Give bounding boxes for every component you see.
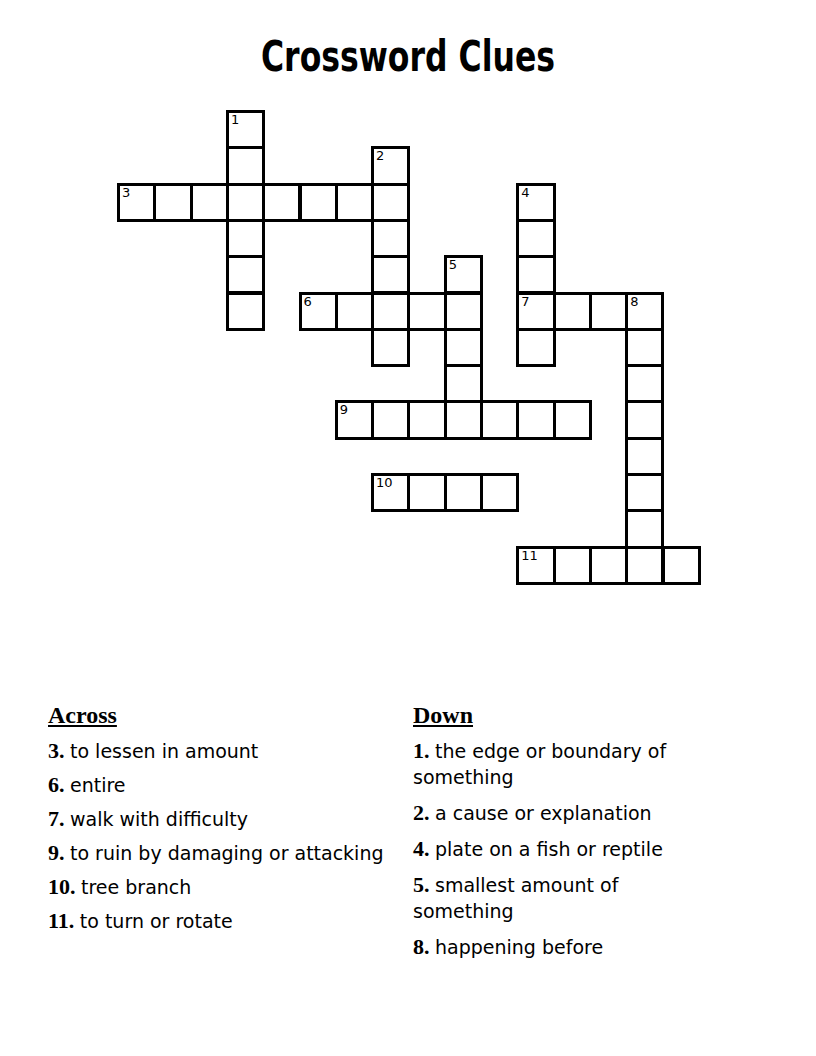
clue-text: to ruin by damaging or attacking (70, 842, 384, 864)
down-clue-list: 1. the edge or boundary of something2. a… (413, 738, 723, 960)
grid-cell-r2-c11[interactable]: 4 (516, 183, 555, 222)
cell-number-6: 6 (304, 295, 312, 308)
clue-text: happening before (435, 936, 603, 958)
clue-number: 1. (413, 738, 435, 763)
grid-cell-r10-c7[interactable]: 10 (371, 473, 410, 512)
grid-cell-r8-c10[interactable] (480, 400, 519, 439)
grid-cell-r5-c11[interactable]: 7 (516, 292, 555, 331)
grid-cell-r2-c4[interactable] (262, 183, 301, 222)
grid-cell-r12-c13[interactable] (589, 546, 628, 585)
grid-cell-r8-c14[interactable] (625, 400, 664, 439)
grid-cell-r5-c5[interactable]: 6 (299, 292, 338, 331)
clue-number: 8. (413, 934, 435, 959)
grid-cell-r12-c11[interactable]: 11 (516, 546, 555, 585)
page-title: Crossword Clues (102, 36, 714, 78)
cell-number-10: 10 (376, 476, 393, 489)
down-clue-8: 8. happening before (413, 934, 723, 960)
cell-number-4: 4 (521, 186, 529, 199)
grid-cell-r12-c14[interactable] (625, 546, 664, 585)
clue-number: 4. (413, 836, 435, 861)
down-clue-5: 5. smallest amount of something (413, 872, 723, 924)
grid-cell-r5-c8[interactable] (407, 292, 446, 331)
across-clue-3: 3. to lessen in amount (48, 738, 410, 764)
clue-text: to lessen in amount (70, 740, 258, 762)
grid-cell-r10-c8[interactable] (407, 473, 446, 512)
across-clues-column: Across 3. to lessen in amount6. entire7.… (48, 702, 410, 942)
clue-number: 11. (48, 908, 80, 933)
grid-cell-r5-c9[interactable] (444, 292, 483, 331)
cell-number-11: 11 (521, 549, 538, 562)
grid-cell-r3-c3[interactable] (226, 219, 265, 258)
grid-cell-r3-c7[interactable] (371, 219, 410, 258)
clue-text: smallest amount of something (413, 874, 618, 922)
grid-cell-r8-c11[interactable] (516, 400, 555, 439)
clue-number: 9. (48, 840, 70, 865)
grid-cell-r2-c5[interactable] (299, 183, 338, 222)
across-clue-6: 6. entire (48, 772, 410, 798)
down-clues-column: Down 1. the edge or boundary of somethin… (413, 702, 723, 970)
grid-cell-r8-c7[interactable] (371, 400, 410, 439)
cell-number-2: 2 (376, 149, 384, 162)
across-clue-list: 3. to lessen in amount6. entire7. walk w… (48, 738, 410, 934)
clue-number: 5. (413, 872, 435, 897)
crossword-grid: 1234567891011 (117, 110, 701, 585)
grid-cell-r4-c11[interactable] (516, 255, 555, 294)
clue-text: the edge or boundary of something (413, 740, 666, 788)
grid-cell-r8-c8[interactable] (407, 400, 446, 439)
across-clue-11: 11. to turn or rotate (48, 908, 410, 934)
cell-number-7: 7 (521, 295, 529, 308)
grid-cell-r10-c9[interactable] (444, 473, 483, 512)
grid-cell-r2-c7[interactable] (371, 183, 410, 222)
grid-cell-r7-c14[interactable] (625, 364, 664, 403)
grid-cell-r12-c15[interactable] (662, 546, 701, 585)
grid-cell-r2-c2[interactable] (190, 183, 229, 222)
grid-cell-r4-c3[interactable] (226, 255, 265, 294)
clue-number: 10. (48, 874, 81, 899)
down-clue-1: 1. the edge or boundary of something (413, 738, 723, 790)
grid-cell-r1-c7[interactable]: 2 (371, 146, 410, 185)
clue-text: tree branch (81, 876, 191, 898)
across-clue-9: 9. to ruin by damaging or attacking (48, 840, 410, 866)
clue-text: entire (70, 774, 126, 796)
grid-cell-r9-c14[interactable] (625, 437, 664, 476)
clue-text: walk with difficulty (70, 808, 248, 830)
grid-cell-r6-c7[interactable] (371, 328, 410, 367)
crossword-worksheet: Crossword Clues 1234567891011 Across 3. … (0, 0, 816, 1056)
grid-cell-r6-c9[interactable] (444, 328, 483, 367)
grid-cell-r6-c14[interactable] (625, 328, 664, 367)
clue-number: 2. (413, 800, 435, 825)
grid-cell-r8-c9[interactable] (444, 400, 483, 439)
cell-number-5: 5 (449, 258, 457, 271)
grid-cell-r10-c10[interactable] (480, 473, 519, 512)
cell-number-9: 9 (340, 403, 348, 416)
grid-cell-r5-c3[interactable] (226, 292, 265, 331)
grid-cell-r8-c6[interactable]: 9 (335, 400, 374, 439)
grid-cell-r1-c3[interactable] (226, 146, 265, 185)
clue-number: 7. (48, 806, 70, 831)
clue-text: a cause or explanation (435, 802, 652, 824)
across-clue-10: 10. tree branch (48, 874, 410, 900)
grid-cell-r11-c14[interactable] (625, 509, 664, 548)
grid-cell-r5-c12[interactable] (553, 292, 592, 331)
grid-cell-r2-c6[interactable] (335, 183, 374, 222)
cell-number-8: 8 (630, 295, 638, 308)
grid-cell-r5-c14[interactable]: 8 (625, 292, 664, 331)
grid-cell-r2-c0[interactable]: 3 (117, 183, 156, 222)
grid-cell-r3-c11[interactable] (516, 219, 555, 258)
grid-cell-r12-c12[interactable] (553, 546, 592, 585)
grid-cell-r5-c7[interactable] (371, 292, 410, 331)
down-clue-2: 2. a cause or explanation (413, 800, 723, 826)
down-clue-4: 4. plate on a fish or reptile (413, 836, 723, 862)
cell-number-1: 1 (231, 113, 239, 126)
clue-text: plate on a fish or reptile (435, 838, 663, 860)
across-heading: Across (48, 702, 410, 729)
clue-number: 6. (48, 772, 70, 797)
across-clue-7: 7. walk with difficulty (48, 806, 410, 832)
grid-cell-r0-c3[interactable]: 1 (226, 110, 265, 149)
grid-cell-r5-c13[interactable] (589, 292, 628, 331)
grid-cell-r7-c9[interactable] (444, 364, 483, 403)
cell-number-3: 3 (122, 186, 130, 199)
clue-text: to turn or rotate (80, 910, 233, 932)
grid-cell-r4-c9[interactable]: 5 (444, 255, 483, 294)
grid-cell-r4-c7[interactable] (371, 255, 410, 294)
grid-cell-r2-c3[interactable] (226, 183, 265, 222)
grid-cell-r10-c14[interactable] (625, 473, 664, 512)
grid-cell-r8-c12[interactable] (553, 400, 592, 439)
grid-cell-r2-c1[interactable] (153, 183, 192, 222)
down-heading: Down (413, 702, 723, 729)
grid-cell-r5-c6[interactable] (335, 292, 374, 331)
clue-number: 3. (48, 738, 70, 763)
grid-cell-r6-c11[interactable] (516, 328, 555, 367)
